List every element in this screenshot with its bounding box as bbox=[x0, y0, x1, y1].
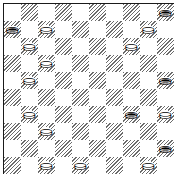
square-33[interactable] bbox=[89, 106, 106, 123]
square-22[interactable] bbox=[55, 72, 72, 89]
square-16[interactable] bbox=[4, 55, 21, 72]
square-25[interactable]: ⛂ bbox=[157, 72, 174, 89]
square-19[interactable] bbox=[106, 55, 123, 72]
white-man-square-31[interactable]: ⛀ bbox=[21, 108, 38, 122]
square-40[interactable] bbox=[140, 123, 157, 140]
light-square-r7c3 bbox=[38, 106, 55, 123]
light-square-r8c2 bbox=[21, 123, 38, 140]
draughts-diagram: ⛂⛂⛀⛀⛀⛀⛀⛀⛂⛀⛂⛀⛀⛂⛀⛀⛀ bbox=[0, 0, 179, 179]
white-man-square-11[interactable]: ⛀ bbox=[21, 40, 38, 54]
square-7[interactable]: ⛀ bbox=[38, 21, 55, 38]
white-man-square-50[interactable]: ⛀ bbox=[140, 159, 157, 173]
light-square-r4c2 bbox=[21, 55, 38, 72]
light-square-r9c7 bbox=[106, 140, 123, 157]
light-square-r1c1 bbox=[4, 4, 21, 21]
light-square-r8c4 bbox=[55, 123, 72, 140]
light-square-r8c8 bbox=[123, 123, 140, 140]
light-square-r1c3 bbox=[38, 4, 55, 21]
black-man-square-6[interactable]: ⛂ bbox=[4, 23, 21, 37]
square-41[interactable] bbox=[21, 140, 38, 157]
square-28[interactable] bbox=[72, 89, 89, 106]
square-24[interactable] bbox=[123, 72, 140, 89]
light-square-r8c10 bbox=[157, 123, 174, 140]
white-man-square-47[interactable]: ⛀ bbox=[38, 159, 55, 173]
square-38[interactable] bbox=[72, 123, 89, 140]
light-square-r3c3 bbox=[38, 38, 55, 55]
light-square-r7c9 bbox=[140, 106, 157, 123]
black-man-square-45[interactable]: ⛂ bbox=[157, 142, 174, 156]
light-square-r2c6 bbox=[89, 21, 106, 38]
light-square-r4c4 bbox=[55, 55, 72, 72]
white-man-square-7[interactable]: ⛀ bbox=[38, 23, 55, 37]
square-35[interactable]: ⛀ bbox=[157, 106, 174, 123]
light-square-r1c5 bbox=[72, 4, 89, 21]
square-21[interactable]: ⛀ bbox=[21, 72, 38, 89]
light-square-r7c5 bbox=[72, 106, 89, 123]
square-17[interactable]: ⛀ bbox=[38, 55, 55, 72]
white-man-square-48[interactable]: ⛀ bbox=[72, 159, 89, 173]
light-square-r2c4 bbox=[55, 21, 72, 38]
light-square-r2c8 bbox=[123, 21, 140, 38]
white-man-square-21[interactable]: ⛀ bbox=[21, 74, 38, 88]
square-47[interactable]: ⛀ bbox=[38, 157, 55, 174]
square-1[interactable] bbox=[21, 4, 38, 21]
light-square-r1c9 bbox=[140, 4, 157, 21]
square-2[interactable] bbox=[55, 4, 72, 21]
light-square-r7c7 bbox=[106, 106, 123, 123]
square-23[interactable] bbox=[89, 72, 106, 89]
square-32[interactable] bbox=[55, 106, 72, 123]
square-13[interactable] bbox=[89, 38, 106, 55]
light-square-r8c6 bbox=[89, 123, 106, 140]
black-man-square-34[interactable]: ⛂ bbox=[123, 108, 140, 122]
white-man-square-17[interactable]: ⛀ bbox=[38, 57, 55, 71]
light-square-r6c8 bbox=[123, 89, 140, 106]
light-square-r6c4 bbox=[55, 89, 72, 106]
square-29[interactable] bbox=[106, 89, 123, 106]
square-49[interactable] bbox=[106, 157, 123, 174]
black-man-square-25[interactable]: ⛂ bbox=[157, 74, 174, 88]
square-36[interactable] bbox=[4, 123, 21, 140]
light-square-r5c7 bbox=[106, 72, 123, 89]
light-square-r10c10 bbox=[157, 157, 174, 174]
square-3[interactable] bbox=[89, 4, 106, 21]
square-5[interactable]: ⛂ bbox=[157, 4, 174, 21]
light-square-r7c1 bbox=[4, 106, 21, 123]
square-43[interactable] bbox=[89, 140, 106, 157]
square-50[interactable]: ⛀ bbox=[140, 157, 157, 174]
light-square-r3c9 bbox=[140, 38, 157, 55]
square-34[interactable]: ⛂ bbox=[123, 106, 140, 123]
square-18[interactable] bbox=[72, 55, 89, 72]
white-man-square-35[interactable]: ⛀ bbox=[157, 108, 174, 122]
square-10[interactable]: ⛀ bbox=[140, 21, 157, 38]
white-man-square-37[interactable]: ⛀ bbox=[38, 125, 55, 139]
light-square-r9c1 bbox=[4, 140, 21, 157]
white-man-square-10[interactable]: ⛀ bbox=[140, 23, 157, 37]
light-square-r3c1 bbox=[4, 38, 21, 55]
square-30[interactable] bbox=[140, 89, 157, 106]
light-square-r4c10 bbox=[157, 55, 174, 72]
square-48[interactable]: ⛀ bbox=[72, 157, 89, 174]
light-square-r10c4 bbox=[55, 157, 72, 174]
square-15[interactable] bbox=[157, 38, 174, 55]
square-4[interactable] bbox=[123, 4, 140, 21]
light-square-r6c10 bbox=[157, 89, 174, 106]
square-46[interactable] bbox=[4, 157, 21, 174]
light-square-r2c10 bbox=[157, 21, 174, 38]
light-square-r10c6 bbox=[89, 157, 106, 174]
light-square-r10c2 bbox=[21, 157, 38, 174]
square-27[interactable] bbox=[38, 89, 55, 106]
light-square-r9c3 bbox=[38, 140, 55, 157]
light-square-r5c5 bbox=[72, 72, 89, 89]
draughts-board: ⛂⛂⛀⛀⛀⛀⛀⛀⛂⛀⛂⛀⛀⛂⛀⛀⛀ bbox=[4, 4, 174, 174]
light-square-r3c5 bbox=[72, 38, 89, 55]
light-square-r3c7 bbox=[106, 38, 123, 55]
light-square-r5c3 bbox=[38, 72, 55, 89]
light-square-r5c1 bbox=[4, 72, 21, 89]
square-6[interactable]: ⛂ bbox=[4, 21, 21, 38]
square-45[interactable]: ⛂ bbox=[157, 140, 174, 157]
light-square-r2c2 bbox=[21, 21, 38, 38]
square-12[interactable] bbox=[55, 38, 72, 55]
square-44[interactable] bbox=[123, 140, 140, 157]
square-8[interactable] bbox=[72, 21, 89, 38]
light-square-r6c2 bbox=[21, 89, 38, 106]
light-square-r9c5 bbox=[72, 140, 89, 157]
square-31[interactable]: ⛀ bbox=[21, 106, 38, 123]
light-square-r6c6 bbox=[89, 89, 106, 106]
square-9[interactable] bbox=[106, 21, 123, 38]
square-39[interactable] bbox=[106, 123, 123, 140]
square-11[interactable]: ⛀ bbox=[21, 38, 38, 55]
white-man-square-14[interactable]: ⛀ bbox=[123, 40, 140, 54]
square-42[interactable] bbox=[55, 140, 72, 157]
square-20[interactable] bbox=[140, 55, 157, 72]
square-14[interactable]: ⛀ bbox=[123, 38, 140, 55]
light-square-r4c6 bbox=[89, 55, 106, 72]
square-37[interactable]: ⛀ bbox=[38, 123, 55, 140]
black-man-square-5[interactable]: ⛂ bbox=[157, 6, 174, 20]
square-26[interactable] bbox=[4, 89, 21, 106]
light-square-r1c7 bbox=[106, 4, 123, 21]
light-square-r5c9 bbox=[140, 72, 157, 89]
light-square-r10c8 bbox=[123, 157, 140, 174]
light-square-r4c8 bbox=[123, 55, 140, 72]
light-square-r9c9 bbox=[140, 140, 157, 157]
